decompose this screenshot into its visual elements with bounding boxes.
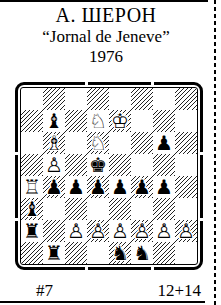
- square-g3: [153, 198, 175, 220]
- piece-white-pawn: ♟♙: [175, 220, 197, 242]
- square-h4: [175, 176, 197, 198]
- piece-white-pawn: ♟♙: [153, 220, 175, 242]
- square-f5: [131, 154, 153, 176]
- square-c2: ♟♙: [65, 220, 87, 242]
- square-b2: [43, 220, 65, 242]
- square-f8: [131, 88, 153, 110]
- piece-white-rook: ♜♖: [21, 176, 43, 198]
- square-a6: [21, 132, 43, 154]
- square-c7: [65, 110, 87, 132]
- square-b7: ♝: [43, 110, 65, 132]
- piece-black-bishop: ♝: [21, 198, 43, 220]
- square-a4: ♜♖: [21, 176, 43, 198]
- square-e4: ♟: [109, 176, 131, 198]
- piece-white-pawn: ♟♙: [87, 220, 109, 242]
- board-border-notch: [200, 152, 203, 155]
- chess-problem-page: А. ШЕРОН “Jornal de Jeneve” 1976 ♝♞♘♚♔♝♗…: [0, 0, 221, 305]
- square-h5: [175, 154, 197, 176]
- square-c5: [65, 154, 87, 176]
- piece-white-pawn: ♟♙: [131, 220, 153, 242]
- square-h8: [175, 88, 197, 110]
- piece-white-pawn: ♟♙: [43, 154, 65, 176]
- square-e5: [109, 154, 131, 176]
- square-e8: [109, 88, 131, 110]
- problem-footer: #7 12+14: [36, 281, 201, 300]
- board-border-notch: [15, 218, 18, 221]
- square-b3: [43, 198, 65, 220]
- piece-white-king: ♚♔: [109, 110, 131, 132]
- board-grid: ♝♞♘♚♔♝♗♞♘♟♟♙♚♜♖♟♟♟♟♟♟♝♜♟♙♟♙♟♙♟♙♟♙♟♙♜♞♞: [21, 88, 197, 264]
- square-c3: [65, 198, 87, 220]
- square-b8: [43, 88, 65, 110]
- square-f6: [131, 132, 153, 154]
- square-e6: [109, 132, 131, 154]
- right-dashed-border: [214, 0, 216, 305]
- material-count: 12+14: [157, 281, 201, 300]
- square-a8: [21, 88, 43, 110]
- square-g5: [153, 154, 175, 176]
- square-d5: ♚: [87, 154, 109, 176]
- piece-black-pawn: ♟: [153, 132, 175, 154]
- stipulation: #7: [36, 281, 53, 300]
- square-b1: ♜: [43, 242, 65, 264]
- author-name: А. ШЕРОН: [0, 4, 212, 27]
- top-border-line: [0, 0, 208, 2]
- square-g2: ♟♙: [153, 220, 175, 242]
- square-g4: ♟: [153, 176, 175, 198]
- square-c1: [65, 242, 87, 264]
- piece-white-pawn: ♟♙: [109, 220, 131, 242]
- square-e3: [109, 198, 131, 220]
- square-g7: [153, 110, 175, 132]
- piece-black-bishop: ♝: [43, 110, 65, 132]
- piece-black-pawn: ♟: [65, 176, 87, 198]
- board-border-notch: [85, 267, 88, 270]
- square-f3: [131, 198, 153, 220]
- source-title: “Jornal de Jeneve”: [0, 27, 212, 47]
- square-f1: ♞: [131, 242, 153, 264]
- square-b5: ♟♙: [43, 154, 65, 176]
- square-h3: [175, 198, 197, 220]
- board-inner-frame: ♝♞♘♚♔♝♗♞♘♟♟♙♚♜♖♟♟♟♟♟♟♝♜♟♙♟♙♟♙♟♙♟♙♟♙♜♞♞: [20, 87, 198, 265]
- board-border-notch: [151, 267, 154, 270]
- square-h6: [175, 132, 197, 154]
- square-d3: [87, 198, 109, 220]
- piece-white-bishop: ♝♗: [43, 132, 65, 154]
- piece-white-knight: ♞♘: [87, 110, 109, 132]
- square-h1: [175, 242, 197, 264]
- square-a3: ♝: [21, 198, 43, 220]
- board-border-notch: [151, 82, 154, 85]
- piece-white-knight: ♞♘: [87, 132, 109, 154]
- piece-black-rook: ♜: [21, 220, 43, 242]
- square-d4: ♟: [87, 176, 109, 198]
- piece-black-pawn: ♟: [109, 176, 131, 198]
- square-h2: ♟♙: [175, 220, 197, 242]
- square-f7: [131, 110, 153, 132]
- publication-year: 1976: [0, 47, 212, 66]
- piece-white-pawn: ♟♙: [65, 220, 87, 242]
- bottom-border-line: [0, 301, 205, 303]
- piece-black-pawn: ♟: [131, 176, 153, 198]
- square-c6: [65, 132, 87, 154]
- square-g8: [153, 88, 175, 110]
- square-h7: [175, 110, 197, 132]
- piece-black-king: ♚: [87, 154, 109, 176]
- chess-board: ♝♞♘♚♔♝♗♞♘♟♟♙♚♜♖♟♟♟♟♟♟♝♜♟♙♟♙♟♙♟♙♟♙♟♙♜♞♞: [15, 82, 203, 270]
- square-a2: ♜: [21, 220, 43, 242]
- square-f4: ♟: [131, 176, 153, 198]
- square-f2: ♟♙: [131, 220, 153, 242]
- square-d2: ♟♙: [87, 220, 109, 242]
- square-b6: ♝♗: [43, 132, 65, 154]
- square-e1: ♞: [109, 242, 131, 264]
- board-border-notch: [15, 152, 18, 155]
- square-b4: ♟: [43, 176, 65, 198]
- piece-black-knight: ♞: [109, 242, 131, 264]
- square-a7: [21, 110, 43, 132]
- square-g1: [153, 242, 175, 264]
- square-c4: ♟: [65, 176, 87, 198]
- problem-header: А. ШЕРОН “Jornal de Jeneve” 1976: [0, 4, 212, 66]
- piece-black-pawn: ♟: [153, 176, 175, 198]
- square-a1: [21, 242, 43, 264]
- piece-black-knight: ♞: [131, 242, 153, 264]
- piece-black-rook: ♜: [43, 242, 65, 264]
- square-c8: [65, 88, 87, 110]
- square-e2: ♟♙: [109, 220, 131, 242]
- board-border-notch: [200, 218, 203, 221]
- square-d7: ♞♘: [87, 110, 109, 132]
- square-a5: [21, 154, 43, 176]
- square-d1: [87, 242, 109, 264]
- square-e7: ♚♔: [109, 110, 131, 132]
- square-d6: ♞♘: [87, 132, 109, 154]
- piece-black-pawn: ♟: [87, 176, 109, 198]
- square-g6: ♟: [153, 132, 175, 154]
- square-d8: [87, 88, 109, 110]
- board-border-notch: [85, 82, 88, 85]
- piece-black-pawn: ♟: [43, 176, 65, 198]
